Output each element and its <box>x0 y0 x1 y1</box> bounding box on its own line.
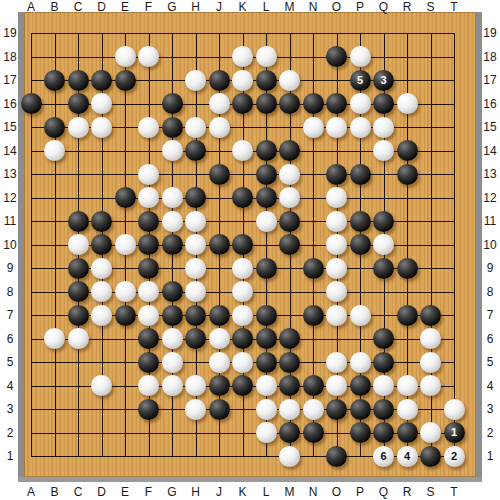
column-label-bottom: K <box>232 486 254 499</box>
column-label-bottom: B <box>44 486 66 499</box>
black-stone-N4[interactable] <box>303 375 324 396</box>
black-stone-E12[interactable] <box>115 187 136 208</box>
column-label-bottom: S <box>420 486 442 499</box>
white-stone-G5[interactable] <box>162 352 183 373</box>
black-stone-K12[interactable] <box>232 187 253 208</box>
black-stone-P2[interactable] <box>350 422 371 443</box>
row-label-left: 4 <box>0 379 21 392</box>
white-stone-Q4[interactable] <box>373 375 394 396</box>
column-label-top: M <box>279 1 301 14</box>
column-label-bottom: M <box>279 486 301 499</box>
column-label-top: R <box>396 1 418 14</box>
row-label-left: 14 <box>0 144 21 157</box>
row-label-right: 19 <box>479 27 500 40</box>
white-stone-C10[interactable] <box>68 234 89 255</box>
black-stone-F6[interactable] <box>138 328 159 349</box>
white-stone-P16[interactable] <box>350 93 371 114</box>
black-stone-M2[interactable] <box>279 422 300 443</box>
black-stone-B17[interactable] <box>44 70 65 91</box>
white-stone-S6[interactable] <box>420 328 441 349</box>
black-stone-Q16[interactable] <box>373 93 394 114</box>
white-stone-D7[interactable] <box>91 305 112 326</box>
black-stone-L17[interactable] <box>256 70 277 91</box>
black-stone-Q3[interactable] <box>373 399 394 420</box>
row-label-right: 3 <box>479 403 500 416</box>
black-stone-E7[interactable] <box>115 305 136 326</box>
move-number-label: 5 <box>357 75 363 86</box>
black-stone-P10[interactable] <box>350 234 371 255</box>
white-stone-S2[interactable] <box>420 422 441 443</box>
black-stone-N2[interactable] <box>303 422 324 443</box>
white-stone-F12[interactable] <box>138 187 159 208</box>
black-stone-O3[interactable] <box>326 399 347 420</box>
black-stone-C11[interactable] <box>68 211 89 232</box>
white-stone-O5[interactable] <box>326 352 347 373</box>
black-stone-C9[interactable] <box>68 258 89 279</box>
white-stone-C15[interactable] <box>68 117 89 138</box>
black-stone-L7[interactable] <box>256 305 277 326</box>
white-stone-O8[interactable] <box>326 281 347 302</box>
white-stone-O12[interactable] <box>326 187 347 208</box>
board-frame-bottom <box>18 477 482 482</box>
white-stone-K18[interactable] <box>232 46 253 67</box>
black-stone-Q2[interactable] <box>373 422 394 443</box>
column-label-bottom: A <box>20 486 42 499</box>
black-stone-J4[interactable] <box>209 375 230 396</box>
white-stone-O9[interactable] <box>326 258 347 279</box>
black-stone-J17[interactable] <box>209 70 230 91</box>
column-label-bottom: F <box>138 486 160 499</box>
column-label-top: A <box>20 1 42 14</box>
white-stone-D16[interactable] <box>91 93 112 114</box>
black-stone-G15[interactable] <box>162 117 183 138</box>
black-stone-H6[interactable] <box>185 328 206 349</box>
white-stone-G6[interactable] <box>162 328 183 349</box>
white-stone-J5[interactable] <box>209 352 230 373</box>
row-label-left: 8 <box>0 285 21 298</box>
white-stone-K14[interactable] <box>232 140 253 161</box>
column-label-bottom: H <box>185 486 207 499</box>
black-stone-E17[interactable] <box>115 70 136 91</box>
black-stone-R7[interactable] <box>397 305 418 326</box>
black-stone-L5[interactable] <box>256 352 277 373</box>
white-stone-M12[interactable] <box>279 187 300 208</box>
column-label-bottom: R <box>396 486 418 499</box>
white-stone-O11[interactable] <box>326 211 347 232</box>
black-stone-M10[interactable] <box>279 234 300 255</box>
black-stone-Q9[interactable] <box>373 258 394 279</box>
grid-line-vertical <box>454 33 455 457</box>
row-label-right: 14 <box>479 144 500 157</box>
white-stone-L4[interactable] <box>256 375 277 396</box>
move-number-label: 3 <box>380 75 386 86</box>
white-stone-H8[interactable] <box>185 281 206 302</box>
column-label-top: Q <box>373 1 395 14</box>
black-stone-T2[interactable]: 1 <box>444 422 465 443</box>
black-stone-F10[interactable] <box>138 234 159 255</box>
row-label-right: 10 <box>479 238 500 251</box>
move-number-label: 1 <box>451 427 457 438</box>
black-stone-P11[interactable] <box>350 211 371 232</box>
white-stone-J15[interactable] <box>209 117 230 138</box>
go-board-screenshot: AABBCCDDEEFFGGHHJJKKLLMMNNOOPPQQRRSSTT19… <box>0 0 500 500</box>
black-stone-L13[interactable] <box>256 164 277 185</box>
black-stone-P3[interactable] <box>350 399 371 420</box>
black-stone-H7[interactable] <box>185 305 206 326</box>
move-number-label: 4 <box>404 451 410 462</box>
row-label-right: 15 <box>479 121 500 134</box>
black-stone-O18[interactable] <box>326 46 347 67</box>
white-stone-O7[interactable] <box>326 305 347 326</box>
black-stone-R2[interactable] <box>397 422 418 443</box>
black-stone-F5[interactable] <box>138 352 159 373</box>
white-stone-Q1[interactable]: 6 <box>373 446 394 467</box>
row-label-right: 17 <box>479 74 500 87</box>
white-stone-D15[interactable] <box>91 117 112 138</box>
row-label-left: 2 <box>0 426 21 439</box>
move-number-label: 2 <box>451 451 457 462</box>
column-label-top: E <box>114 1 136 14</box>
column-label-bottom: Q <box>373 486 395 499</box>
white-stone-D8[interactable] <box>91 281 112 302</box>
white-stone-O4[interactable] <box>326 375 347 396</box>
white-stone-F4[interactable] <box>138 375 159 396</box>
row-label-right: 16 <box>479 97 500 110</box>
black-stone-S7[interactable] <box>420 305 441 326</box>
white-stone-M1[interactable] <box>279 446 300 467</box>
black-stone-Q17[interactable]: 3 <box>373 70 394 91</box>
black-stone-J7[interactable] <box>209 305 230 326</box>
row-label-left: 7 <box>0 309 21 322</box>
row-label-right: 13 <box>479 168 500 181</box>
black-stone-G7[interactable] <box>162 305 183 326</box>
row-label-left: 6 <box>0 332 21 345</box>
white-stone-D4[interactable] <box>91 375 112 396</box>
white-stone-L2[interactable] <box>256 422 277 443</box>
column-label-top: B <box>44 1 66 14</box>
black-stone-Q6[interactable] <box>373 328 394 349</box>
black-stone-A16[interactable] <box>21 93 42 114</box>
row-label-left: 10 <box>0 238 21 251</box>
black-stone-O16[interactable] <box>326 93 347 114</box>
white-stone-B6[interactable] <box>44 328 65 349</box>
white-stone-H3[interactable] <box>185 399 206 420</box>
white-stone-R16[interactable] <box>397 93 418 114</box>
black-stone-K4[interactable] <box>232 375 253 396</box>
black-stone-C8[interactable] <box>68 281 89 302</box>
column-label-top: C <box>67 1 89 14</box>
white-stone-F18[interactable] <box>138 46 159 67</box>
white-stone-R1[interactable]: 4 <box>397 446 418 467</box>
black-stone-J10[interactable] <box>209 234 230 255</box>
black-stone-G8[interactable] <box>162 281 183 302</box>
row-label-right: 1 <box>479 450 500 463</box>
column-label-top: L <box>255 1 277 14</box>
white-stone-F15[interactable] <box>138 117 159 138</box>
column-label-top: T <box>443 1 465 14</box>
black-stone-L16[interactable] <box>256 93 277 114</box>
white-stone-H4[interactable] <box>185 375 206 396</box>
white-stone-N15[interactable] <box>303 117 324 138</box>
column-label-top: G <box>161 1 183 14</box>
black-stone-D10[interactable] <box>91 234 112 255</box>
white-stone-O10[interactable] <box>326 234 347 255</box>
column-label-bottom: N <box>302 486 324 499</box>
row-label-right: 9 <box>479 262 500 275</box>
column-label-bottom: G <box>161 486 183 499</box>
row-label-left: 5 <box>0 356 21 369</box>
black-stone-Q5[interactable] <box>373 352 394 373</box>
column-label-bottom: P <box>349 486 371 499</box>
white-stone-J16[interactable] <box>209 93 230 114</box>
row-label-left: 17 <box>0 74 21 87</box>
black-stone-K16[interactable] <box>232 93 253 114</box>
row-label-right: 6 <box>479 332 500 345</box>
black-stone-J3[interactable] <box>209 399 230 420</box>
black-stone-F3[interactable] <box>138 399 159 420</box>
column-label-bottom: C <box>67 486 89 499</box>
white-stone-G4[interactable] <box>162 375 183 396</box>
row-label-left: 9 <box>0 262 21 275</box>
white-stone-N3[interactable] <box>303 399 324 420</box>
white-stone-P5[interactable] <box>350 352 371 373</box>
white-stone-G12[interactable] <box>162 187 183 208</box>
row-label-left: 19 <box>0 27 21 40</box>
white-stone-J6[interactable] <box>209 328 230 349</box>
white-stone-K7[interactable] <box>232 305 253 326</box>
column-label-top: P <box>349 1 371 14</box>
black-stone-B15[interactable] <box>44 117 65 138</box>
white-stone-K17[interactable] <box>232 70 253 91</box>
white-stone-K8[interactable] <box>232 281 253 302</box>
white-stone-M13[interactable] <box>279 164 300 185</box>
white-stone-L3[interactable] <box>256 399 277 420</box>
black-stone-G10[interactable] <box>162 234 183 255</box>
black-stone-M16[interactable] <box>279 93 300 114</box>
column-label-top: D <box>91 1 113 14</box>
column-label-bottom: O <box>326 486 348 499</box>
row-label-right: 18 <box>479 50 500 63</box>
white-stone-S4[interactable] <box>420 375 441 396</box>
black-stone-G16[interactable] <box>162 93 183 114</box>
white-stone-O15[interactable] <box>326 117 347 138</box>
black-stone-R14[interactable] <box>397 140 418 161</box>
row-label-right: 4 <box>479 379 500 392</box>
row-label-right: 5 <box>479 356 500 369</box>
row-label-left: 12 <box>0 191 21 204</box>
row-label-right: 7 <box>479 309 500 322</box>
move-number-label: 6 <box>380 451 386 462</box>
black-stone-R13[interactable] <box>397 164 418 185</box>
black-stone-M5[interactable] <box>279 352 300 373</box>
black-stone-P17[interactable]: 5 <box>350 70 371 91</box>
column-label-top: S <box>420 1 442 14</box>
white-stone-G11[interactable] <box>162 211 183 232</box>
black-stone-N16[interactable] <box>303 93 324 114</box>
white-stone-P18[interactable] <box>350 46 371 67</box>
column-label-bottom: T <box>443 486 465 499</box>
white-stone-T3[interactable] <box>444 399 465 420</box>
black-stone-R9[interactable] <box>397 258 418 279</box>
white-stone-P7[interactable] <box>350 305 371 326</box>
white-stone-F13[interactable] <box>138 164 159 185</box>
black-stone-K6[interactable] <box>232 328 253 349</box>
black-stone-L14[interactable] <box>256 140 277 161</box>
black-stone-N9[interactable] <box>303 258 324 279</box>
white-stone-H9[interactable] <box>185 258 206 279</box>
white-stone-S5[interactable] <box>420 352 441 373</box>
white-stone-H15[interactable] <box>185 117 206 138</box>
black-stone-C16[interactable] <box>68 93 89 114</box>
row-label-left: 18 <box>0 50 21 63</box>
black-stone-J13[interactable] <box>209 164 230 185</box>
column-label-top: H <box>185 1 207 14</box>
white-stone-P15[interactable] <box>350 117 371 138</box>
column-label-top: O <box>326 1 348 14</box>
row-label-left: 11 <box>0 215 21 228</box>
white-stone-M3[interactable] <box>279 399 300 420</box>
white-stone-E18[interactable] <box>115 46 136 67</box>
black-stone-M11[interactable] <box>279 211 300 232</box>
column-label-top: F <box>138 1 160 14</box>
white-stone-L11[interactable] <box>256 211 277 232</box>
white-stone-E10[interactable] <box>115 234 136 255</box>
black-stone-N7[interactable] <box>303 305 324 326</box>
white-stone-M17[interactable] <box>279 70 300 91</box>
black-stone-P4[interactable] <box>350 375 371 396</box>
black-stone-S1[interactable] <box>420 446 441 467</box>
white-stone-L18[interactable] <box>256 46 277 67</box>
black-stone-C17[interactable] <box>68 70 89 91</box>
column-label-top: N <box>302 1 324 14</box>
white-stone-Q15[interactable] <box>373 117 394 138</box>
white-stone-R4[interactable] <box>397 375 418 396</box>
white-stone-Q10[interactable] <box>373 234 394 255</box>
white-stone-R3[interactable] <box>397 399 418 420</box>
black-stone-M14[interactable] <box>279 140 300 161</box>
black-stone-O13[interactable] <box>326 164 347 185</box>
black-stone-H14[interactable] <box>185 140 206 161</box>
black-stone-L9[interactable] <box>256 258 277 279</box>
row-label-left: 13 <box>0 168 21 181</box>
row-label-right: 11 <box>479 215 500 228</box>
column-label-bottom: J <box>208 486 230 499</box>
white-stone-H11[interactable] <box>185 211 206 232</box>
black-stone-M4[interactable] <box>279 375 300 396</box>
black-stone-P13[interactable] <box>350 164 371 185</box>
column-label-bottom: L <box>255 486 277 499</box>
white-stone-C6[interactable] <box>68 328 89 349</box>
white-stone-B14[interactable] <box>44 140 65 161</box>
column-label-bottom: E <box>114 486 136 499</box>
column-label-top: J <box>208 1 230 14</box>
row-label-left: 16 <box>0 97 21 110</box>
row-label-left: 1 <box>0 450 21 463</box>
white-stone-T1[interactable]: 2 <box>444 446 465 467</box>
white-stone-K9[interactable] <box>232 258 253 279</box>
black-stone-M6[interactable] <box>279 328 300 349</box>
white-stone-H17[interactable] <box>185 70 206 91</box>
black-stone-K10[interactable] <box>232 234 253 255</box>
black-stone-L12[interactable] <box>256 187 277 208</box>
row-label-right: 8 <box>479 285 500 298</box>
row-label-right: 2 <box>479 426 500 439</box>
black-stone-H12[interactable] <box>185 187 206 208</box>
white-stone-K5[interactable] <box>232 352 253 373</box>
black-stone-L6[interactable] <box>256 328 277 349</box>
white-stone-Q14[interactable] <box>373 140 394 161</box>
column-label-top: K <box>232 1 254 14</box>
black-stone-Q11[interactable] <box>373 211 394 232</box>
row-label-right: 12 <box>479 191 500 204</box>
white-stone-F7[interactable] <box>138 305 159 326</box>
white-stone-G14[interactable] <box>162 140 183 161</box>
row-label-left: 3 <box>0 403 21 416</box>
white-stone-H10[interactable] <box>185 234 206 255</box>
white-stone-F8[interactable] <box>138 281 159 302</box>
black-stone-D11[interactable] <box>91 211 112 232</box>
black-stone-F11[interactable] <box>138 211 159 232</box>
black-stone-F9[interactable] <box>138 258 159 279</box>
white-stone-D9[interactable] <box>91 258 112 279</box>
black-stone-O1[interactable] <box>326 446 347 467</box>
row-label-left: 15 <box>0 121 21 134</box>
column-label-bottom: D <box>91 486 113 499</box>
white-stone-E8[interactable] <box>115 281 136 302</box>
black-stone-D17[interactable] <box>91 70 112 91</box>
black-stone-C7[interactable] <box>68 305 89 326</box>
